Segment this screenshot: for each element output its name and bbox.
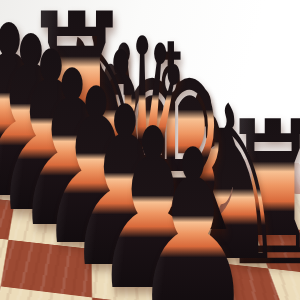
chess-set-photo: ♜♞♝♛♚♝♞♜♟♟♟♟♟♟♟♟ xyxy=(0,0,300,300)
piece-pawn-8: ♟ xyxy=(132,121,254,300)
